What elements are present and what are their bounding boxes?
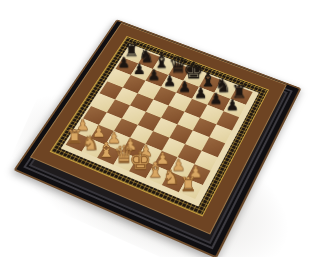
white-rook: ♜ xyxy=(66,128,84,146)
square-h6[interactable] xyxy=(216,111,239,130)
square-h1[interactable]: ♜ xyxy=(178,178,202,199)
white-pawn: ♟ xyxy=(74,118,92,133)
square-a1[interactable]: ♜ xyxy=(66,131,90,151)
black-rook: ♜ xyxy=(123,42,140,59)
black-bishop: ♝ xyxy=(199,68,216,88)
white-queen: ♛ xyxy=(113,143,131,167)
inner-border-line: ♜♞♝♛♚♝♞♜♟♟♟♟♟♟♟♟♟♟♟♟♟♟♟♟♜♞♝♛♚♝♞♜ xyxy=(61,44,259,207)
chess-set-photo: ♜♞♝♛♚♝♞♜♟♟♟♟♟♟♟♟♟♟♟♟♟♟♟♟♜♞♝♛♚♝♞♜ xyxy=(0,0,330,257)
square-h8[interactable]: ♜ xyxy=(230,86,253,104)
chess-board: ♜♞♝♛♚♝♞♜♟♟♟♟♟♟♟♟♟♟♟♟♟♟♟♟♜♞♝♛♚♝♞♜ xyxy=(66,46,257,201)
white-pawn: ♟ xyxy=(90,124,108,139)
